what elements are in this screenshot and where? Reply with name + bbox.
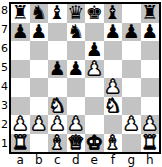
piece-white-queen[interactable]: ♛ xyxy=(67,134,84,151)
file-label-c: c xyxy=(48,154,67,167)
file-label-h: h xyxy=(141,154,160,167)
piece-black-bishop[interactable]: ♝ xyxy=(104,4,121,21)
square-g6[interactable] xyxy=(122,41,141,60)
piece-black-pawn[interactable]: ♟ xyxy=(49,60,66,77)
square-e5[interactable]: ♟ xyxy=(85,60,104,79)
piece-black-knight[interactable]: ♞ xyxy=(30,4,47,21)
square-a4[interactable] xyxy=(11,78,30,97)
square-a1[interactable]: ♜ xyxy=(11,134,30,153)
piece-black-pawn[interactable]: ♟ xyxy=(67,60,84,77)
file-label-f: f xyxy=(104,154,123,167)
piece-black-pawn[interactable]: ♟ xyxy=(86,41,103,58)
square-g5[interactable] xyxy=(122,60,141,79)
piece-black-rook[interactable]: ♜ xyxy=(141,4,158,21)
square-b1[interactable] xyxy=(30,134,49,153)
square-h4[interactable] xyxy=(141,78,160,97)
rank-label-6: 6 xyxy=(0,40,9,59)
square-e8[interactable]: ♚ xyxy=(85,4,104,23)
square-d4[interactable] xyxy=(67,78,86,97)
square-a6[interactable] xyxy=(11,41,30,60)
square-e2[interactable] xyxy=(85,115,104,134)
file-label-g: g xyxy=(122,154,141,167)
square-g2[interactable]: ♟ xyxy=(122,115,141,134)
square-f8[interactable]: ♝ xyxy=(104,4,123,23)
piece-white-rook[interactable]: ♜ xyxy=(12,134,29,151)
board-area: 87654321 ♜♞♝♛♚♝♜♟♟♞♟♟♟♟♟♟♟♟♞♞♟♟♟♟♟♟♜♝♛♚♝… xyxy=(0,2,162,154)
square-g8[interactable] xyxy=(122,4,141,23)
piece-black-bishop[interactable]: ♝ xyxy=(49,4,66,21)
square-e7[interactable] xyxy=(85,23,104,42)
square-c4[interactable] xyxy=(48,78,67,97)
piece-black-king[interactable]: ♚ xyxy=(86,4,103,21)
square-f3[interactable]: ♞ xyxy=(104,97,123,116)
square-e6[interactable]: ♟ xyxy=(85,41,104,60)
piece-black-pawn[interactable]: ♟ xyxy=(141,23,158,40)
rank-label-3: 3 xyxy=(0,97,9,116)
piece-black-queen[interactable]: ♛ xyxy=(67,4,84,21)
piece-white-pawn[interactable]: ♟ xyxy=(67,115,84,132)
square-h1[interactable]: ♜ xyxy=(141,134,160,153)
file-label-e: e xyxy=(85,154,104,167)
square-c3[interactable]: ♞ xyxy=(48,97,67,116)
square-c8[interactable]: ♝ xyxy=(48,4,67,23)
square-d6[interactable] xyxy=(67,41,86,60)
square-g3[interactable] xyxy=(122,97,141,116)
piece-black-pawn[interactable]: ♟ xyxy=(104,23,121,40)
chess-board[interactable]: ♜♞♝♛♚♝♜♟♟♞♟♟♟♟♟♟♟♟♞♞♟♟♟♟♟♟♜♝♛♚♝♜ xyxy=(9,2,161,154)
square-g7[interactable]: ♟ xyxy=(122,23,141,42)
piece-black-pawn[interactable]: ♟ xyxy=(12,23,29,40)
square-b7[interactable]: ♟ xyxy=(30,23,49,42)
square-b6[interactable] xyxy=(30,41,49,60)
square-c2[interactable]: ♟ xyxy=(48,115,67,134)
piece-white-rook[interactable]: ♜ xyxy=(141,134,158,151)
rank-label-1: 1 xyxy=(0,135,9,154)
square-a2[interactable]: ♟ xyxy=(11,115,30,134)
square-d8[interactable]: ♛ xyxy=(67,4,86,23)
square-h5[interactable] xyxy=(141,60,160,79)
square-d1[interactable]: ♛ xyxy=(67,134,86,153)
square-b3[interactable] xyxy=(30,97,49,116)
square-e4[interactable] xyxy=(85,78,104,97)
rank-labels: 87654321 xyxy=(0,2,9,154)
square-f1[interactable]: ♝ xyxy=(104,134,123,153)
square-a8[interactable]: ♜ xyxy=(11,4,30,23)
square-f2[interactable] xyxy=(104,115,123,134)
file-label-b: b xyxy=(30,154,49,167)
file-label-d: d xyxy=(67,154,86,167)
square-d3[interactable] xyxy=(67,97,86,116)
piece-white-bishop[interactable]: ♝ xyxy=(49,134,66,151)
square-f5[interactable] xyxy=(104,60,123,79)
piece-white-king[interactable]: ♚ xyxy=(86,134,103,151)
piece-white-pawn[interactable]: ♟ xyxy=(104,78,121,95)
square-c7[interactable] xyxy=(48,23,67,42)
rank-label-8: 8 xyxy=(0,2,9,21)
square-f4[interactable]: ♟ xyxy=(104,78,123,97)
piece-white-knight[interactable]: ♞ xyxy=(104,97,121,114)
rank-label-7: 7 xyxy=(0,21,9,40)
square-g4[interactable] xyxy=(122,78,141,97)
square-h6[interactable] xyxy=(141,41,160,60)
square-g1[interactable] xyxy=(122,134,141,153)
square-b5[interactable] xyxy=(30,60,49,79)
rank-label-2: 2 xyxy=(0,116,9,135)
piece-white-pawn[interactable]: ♟ xyxy=(49,115,66,132)
piece-white-bishop[interactable]: ♝ xyxy=(104,134,121,151)
piece-white-pawn[interactable]: ♟ xyxy=(141,115,158,132)
square-a3[interactable] xyxy=(11,97,30,116)
piece-white-knight[interactable]: ♞ xyxy=(49,97,66,114)
square-e3[interactable] xyxy=(85,97,104,116)
square-d7[interactable]: ♞ xyxy=(67,23,86,42)
square-h8[interactable]: ♜ xyxy=(141,4,160,23)
square-d5[interactable]: ♟ xyxy=(67,60,86,79)
square-a5[interactable] xyxy=(11,60,30,79)
file-labels: abcdefgh xyxy=(11,154,162,167)
square-h3[interactable] xyxy=(141,97,160,116)
square-c1[interactable]: ♝ xyxy=(48,134,67,153)
square-h7[interactable]: ♟ xyxy=(141,23,160,42)
file-label-a: a xyxy=(11,154,30,167)
square-b8[interactable]: ♞ xyxy=(30,4,49,23)
square-h2[interactable]: ♟ xyxy=(141,115,160,134)
square-c6[interactable] xyxy=(48,41,67,60)
chess-diagram: 87654321 ♜♞♝♛♚♝♜♟♟♞♟♟♟♟♟♟♟♟♞♞♟♟♟♟♟♟♜♝♛♚♝… xyxy=(0,0,162,167)
square-d2[interactable]: ♟ xyxy=(67,115,86,134)
square-f6[interactable] xyxy=(104,41,123,60)
rank-label-5: 5 xyxy=(0,59,9,78)
square-c5[interactable]: ♟ xyxy=(48,60,67,79)
piece-white-pawn[interactable]: ♟ xyxy=(123,115,140,132)
piece-black-pawn[interactable]: ♟ xyxy=(30,23,47,40)
square-a7[interactable]: ♟ xyxy=(11,23,30,42)
rank-label-4: 4 xyxy=(0,78,9,97)
square-b2[interactable]: ♟ xyxy=(30,115,49,134)
piece-white-pawn[interactable]: ♟ xyxy=(12,115,29,132)
piece-black-pawn[interactable]: ♟ xyxy=(123,23,140,40)
piece-white-pawn[interactable]: ♟ xyxy=(30,115,47,132)
piece-white-pawn[interactable]: ♟ xyxy=(86,60,103,77)
square-b4[interactable] xyxy=(30,78,49,97)
square-e1[interactable]: ♚ xyxy=(85,134,104,153)
piece-black-knight[interactable]: ♞ xyxy=(67,23,84,40)
piece-black-rook[interactable]: ♜ xyxy=(12,4,29,21)
square-f7[interactable]: ♟ xyxy=(104,23,123,42)
